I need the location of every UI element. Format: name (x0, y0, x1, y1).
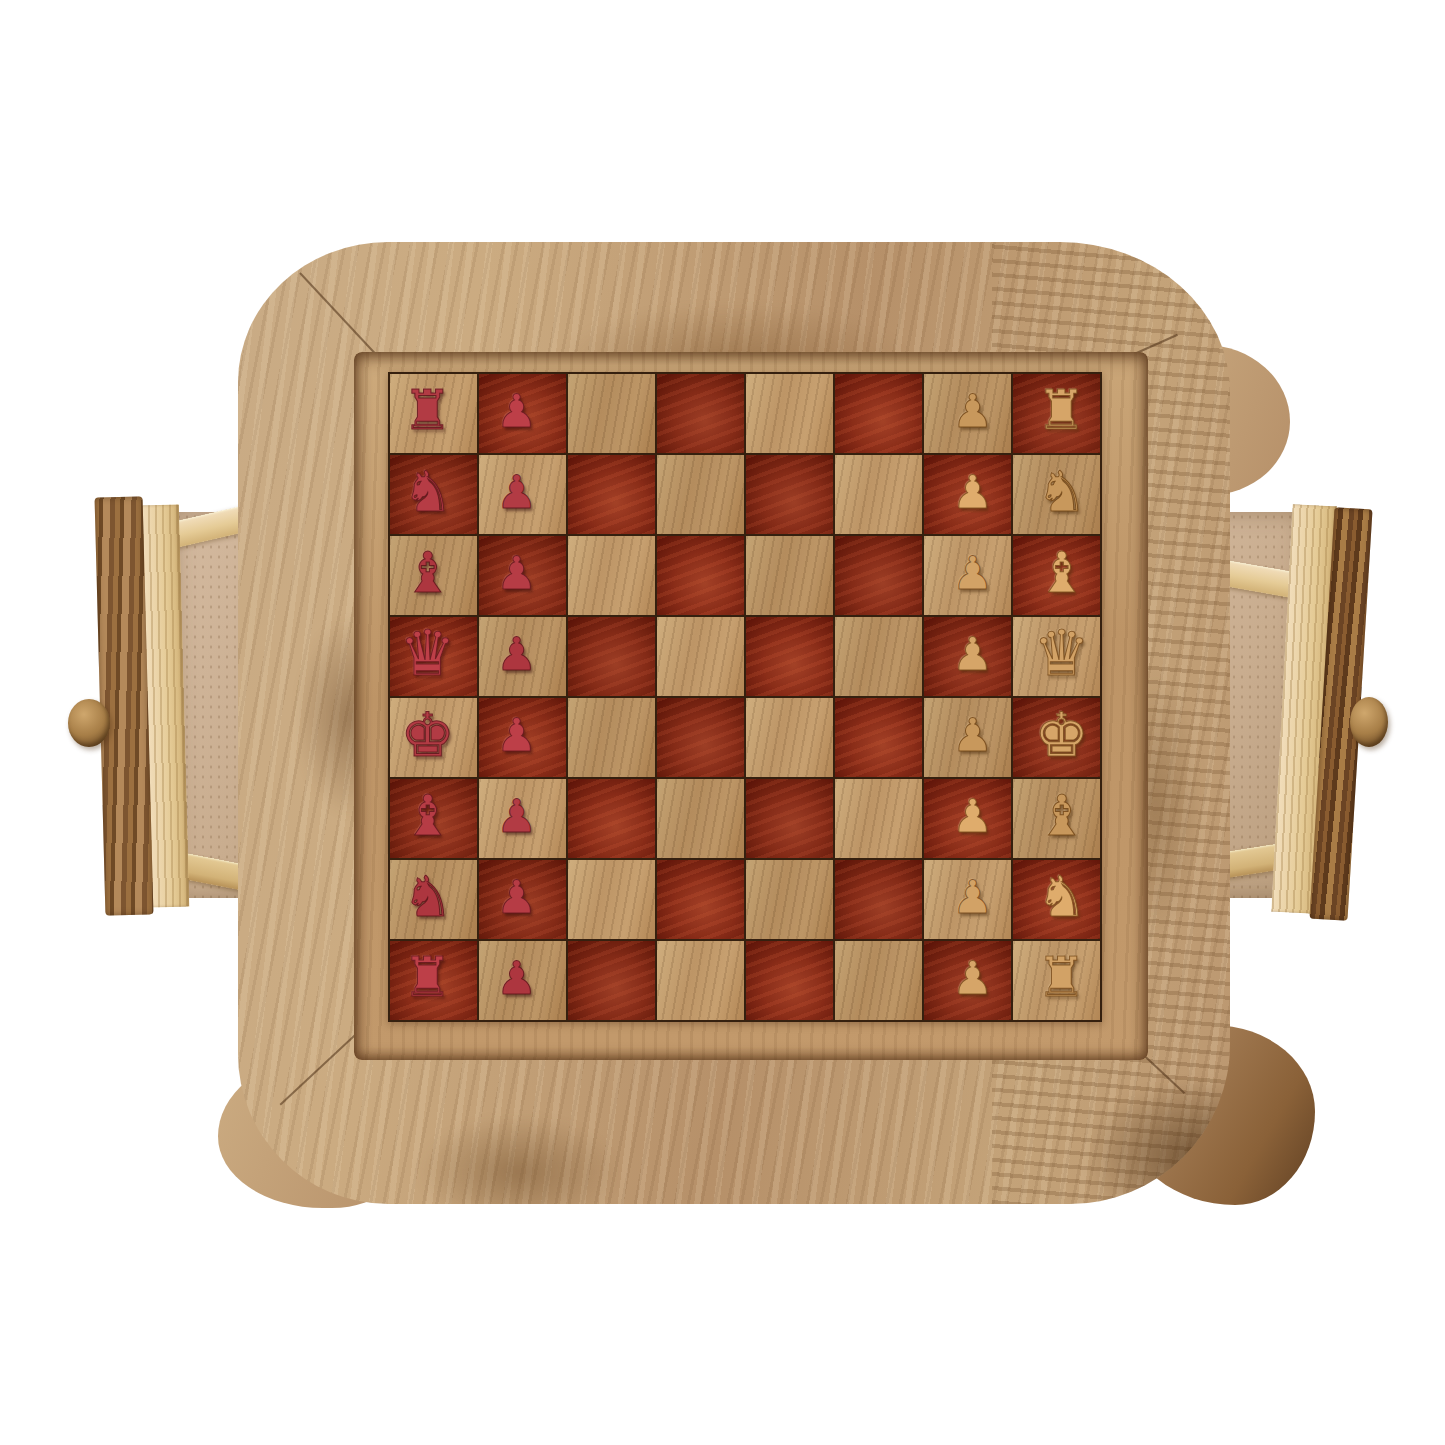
red-pawn[interactable]: ♟ (496, 793, 537, 839)
square-d1[interactable]: ♛ (390, 617, 477, 696)
square-e7[interactable]: ♟ (924, 698, 1011, 777)
square-h3[interactable] (568, 941, 655, 1020)
right-drawer-knob[interactable] (1350, 697, 1388, 747)
square-e5[interactable] (746, 698, 833, 777)
square-f5[interactable] (746, 779, 833, 858)
square-h8[interactable]: ♜ (1013, 941, 1100, 1020)
natural-rook[interactable]: ♜ (1037, 383, 1086, 438)
natural-king[interactable]: ♚ (1034, 704, 1089, 765)
left-drawer-knob[interactable] (68, 699, 110, 747)
square-a1[interactable]: ♜ (390, 374, 477, 453)
square-a5[interactable] (746, 374, 833, 453)
red-knight[interactable]: ♞ (402, 464, 452, 520)
natural-pawn[interactable]: ♟ (952, 388, 993, 434)
square-h1[interactable]: ♜ (390, 941, 477, 1020)
square-d3[interactable] (568, 617, 655, 696)
square-f1[interactable]: ♝ (390, 779, 477, 858)
square-e4[interactable] (657, 698, 744, 777)
square-e1[interactable]: ♚ (390, 698, 477, 777)
red-rook[interactable]: ♜ (403, 950, 452, 1005)
square-c4[interactable] (657, 536, 744, 615)
scene: ♜♟♟♜♞♟♟♞♝♟♟♝♛♟♟♛♚♟♟♚♝♟♟♝♞♟♟♞♜♟♟♜ (0, 0, 1445, 1445)
square-g7[interactable]: ♟ (924, 860, 1011, 939)
natural-pawn[interactable]: ♟ (952, 631, 993, 677)
natural-pawn[interactable]: ♟ (952, 874, 993, 920)
square-d2[interactable]: ♟ (479, 617, 566, 696)
square-f4[interactable] (657, 779, 744, 858)
square-a4[interactable] (657, 374, 744, 453)
square-e8[interactable]: ♚ (1013, 698, 1100, 777)
square-h6[interactable] (835, 941, 922, 1020)
square-c3[interactable] (568, 536, 655, 615)
natural-knight[interactable]: ♞ (1036, 464, 1086, 520)
square-e2[interactable]: ♟ (479, 698, 566, 777)
square-f3[interactable] (568, 779, 655, 858)
square-f6[interactable] (835, 779, 922, 858)
square-d8[interactable]: ♛ (1013, 617, 1100, 696)
red-pawn[interactable]: ♟ (496, 874, 537, 920)
square-g6[interactable] (835, 860, 922, 939)
square-h4[interactable] (657, 941, 744, 1020)
square-d4[interactable] (657, 617, 744, 696)
square-b3[interactable] (568, 455, 655, 534)
square-a8[interactable]: ♜ (1013, 374, 1100, 453)
red-bishop[interactable]: ♝ (402, 788, 452, 844)
square-b7[interactable]: ♟ (924, 455, 1011, 534)
red-pawn[interactable]: ♟ (496, 550, 537, 596)
square-g3[interactable] (568, 860, 655, 939)
natural-pawn[interactable]: ♟ (952, 793, 993, 839)
red-pawn[interactable]: ♟ (496, 955, 537, 1001)
square-b2[interactable]: ♟ (479, 455, 566, 534)
square-b8[interactable]: ♞ (1013, 455, 1100, 534)
square-f2[interactable]: ♟ (479, 779, 566, 858)
square-e3[interactable] (568, 698, 655, 777)
square-d6[interactable] (835, 617, 922, 696)
square-b6[interactable] (835, 455, 922, 534)
square-c6[interactable] (835, 536, 922, 615)
red-queen[interactable]: ♛ (399, 622, 455, 685)
natural-bishop[interactable]: ♝ (1036, 545, 1086, 601)
square-a6[interactable] (835, 374, 922, 453)
square-c5[interactable] (746, 536, 833, 615)
chess-board: ♜♟♟♜♞♟♟♞♝♟♟♝♛♟♟♛♚♟♟♚♝♟♟♝♞♟♟♞♜♟♟♜ (388, 372, 1102, 1022)
natural-queen[interactable]: ♛ (1033, 622, 1089, 685)
square-a3[interactable] (568, 374, 655, 453)
red-pawn[interactable]: ♟ (496, 712, 537, 758)
square-b4[interactable] (657, 455, 744, 534)
square-d7[interactable]: ♟ (924, 617, 1011, 696)
square-f8[interactable]: ♝ (1013, 779, 1100, 858)
square-a7[interactable]: ♟ (924, 374, 1011, 453)
square-h7[interactable]: ♟ (924, 941, 1011, 1020)
natural-bishop[interactable]: ♝ (1036, 788, 1086, 844)
red-rook[interactable]: ♜ (403, 383, 452, 438)
natural-knight[interactable]: ♞ (1036, 869, 1086, 925)
red-pawn[interactable]: ♟ (496, 469, 537, 515)
square-g2[interactable]: ♟ (479, 860, 566, 939)
square-b1[interactable]: ♞ (390, 455, 477, 534)
natural-rook[interactable]: ♜ (1037, 950, 1086, 1005)
square-b5[interactable] (746, 455, 833, 534)
square-g5[interactable] (746, 860, 833, 939)
square-g1[interactable]: ♞ (390, 860, 477, 939)
square-f7[interactable]: ♟ (924, 779, 1011, 858)
natural-pawn[interactable]: ♟ (952, 712, 993, 758)
square-c1[interactable]: ♝ (390, 536, 477, 615)
square-g4[interactable] (657, 860, 744, 939)
natural-pawn[interactable]: ♟ (952, 469, 993, 515)
natural-pawn[interactable]: ♟ (952, 955, 993, 1001)
red-pawn[interactable]: ♟ (496, 388, 537, 434)
natural-pawn[interactable]: ♟ (952, 550, 993, 596)
red-bishop[interactable]: ♝ (402, 545, 452, 601)
square-e6[interactable] (835, 698, 922, 777)
square-c8[interactable]: ♝ (1013, 536, 1100, 615)
square-d5[interactable] (746, 617, 833, 696)
red-king[interactable]: ♚ (400, 704, 455, 765)
red-pawn[interactable]: ♟ (496, 631, 537, 677)
square-g8[interactable]: ♞ (1013, 860, 1100, 939)
square-h5[interactable] (746, 941, 833, 1020)
square-c7[interactable]: ♟ (924, 536, 1011, 615)
red-knight[interactable]: ♞ (402, 869, 452, 925)
square-h2[interactable]: ♟ (479, 941, 566, 1020)
square-a2[interactable]: ♟ (479, 374, 566, 453)
square-c2[interactable]: ♟ (479, 536, 566, 615)
